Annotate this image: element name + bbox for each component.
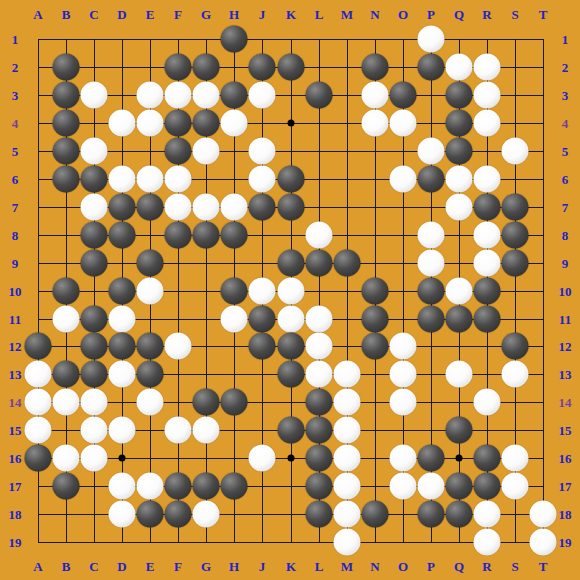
stone-white-e10 (137, 278, 164, 305)
stone-white-g3 (193, 82, 220, 109)
coord-label-right-9[interactable]: 9 (562, 257, 569, 270)
stone-white-r3 (474, 82, 501, 109)
coord-label-bottom-a[interactable]: A (33, 560, 42, 573)
stone-black-c13 (81, 361, 108, 388)
stone-white-f12 (165, 333, 192, 360)
stone-white-c3 (81, 82, 108, 109)
stone-white-g7 (193, 194, 220, 221)
coord-label-bottom-t[interactable]: T (539, 560, 548, 573)
coord-label-right-4[interactable]: 4 (562, 117, 569, 130)
coord-label-right-18[interactable]: 18 (559, 508, 572, 521)
coord-label-left-6[interactable]: 6 (12, 173, 19, 186)
stone-white-j6 (249, 166, 276, 193)
coord-label-right-12[interactable]: 12 (559, 340, 572, 353)
coord-label-left-3[interactable]: 3 (12, 89, 19, 102)
stone-black-h17 (221, 473, 248, 500)
stone-white-r19 (474, 529, 501, 556)
stone-black-l18 (306, 501, 333, 528)
coord-label-right-1[interactable]: 1 (562, 33, 569, 46)
coord-label-right-5[interactable]: 5 (562, 145, 569, 158)
stone-white-e4 (137, 110, 164, 137)
coord-label-left-13[interactable]: 13 (9, 368, 22, 381)
stone-white-q13 (446, 361, 473, 388)
coord-label-left-18[interactable]: 18 (9, 508, 22, 521)
coord-label-top-q[interactable]: Q (454, 8, 464, 21)
coord-label-top-k[interactable]: K (286, 8, 296, 21)
coord-label-top-n[interactable]: N (370, 8, 379, 21)
stone-white-e17 (137, 473, 164, 500)
coord-label-top-s[interactable]: S (511, 8, 518, 21)
coord-label-right-10[interactable]: 10 (559, 285, 572, 298)
stone-white-h7 (221, 194, 248, 221)
coord-label-top-f[interactable]: F (174, 8, 182, 21)
stone-black-l16 (306, 445, 333, 472)
stone-black-a12 (25, 333, 52, 360)
coord-label-bottom-g[interactable]: G (201, 560, 211, 573)
stone-black-e12 (137, 333, 164, 360)
star-point-k4 (288, 120, 295, 127)
stone-black-r7 (474, 194, 501, 221)
stone-white-t18 (530, 501, 557, 528)
stone-black-h10 (221, 278, 248, 305)
stone-black-c8 (81, 222, 108, 249)
coord-label-top-b[interactable]: B (62, 8, 71, 21)
stone-black-s12 (502, 333, 529, 360)
coord-label-bottom-r[interactable]: R (482, 560, 491, 573)
stone-black-k13 (278, 361, 305, 388)
coord-label-bottom-p[interactable]: P (427, 560, 435, 573)
stone-white-d11 (109, 306, 136, 333)
coord-label-left-17[interactable]: 17 (9, 480, 22, 493)
coord-label-left-19[interactable]: 19 (9, 536, 22, 549)
stone-white-o14 (390, 389, 417, 416)
stone-black-k6 (278, 166, 305, 193)
stone-black-p10 (418, 278, 445, 305)
coord-label-left-5[interactable]: 5 (12, 145, 19, 158)
stone-black-c6 (81, 166, 108, 193)
coord-label-bottom-n[interactable]: N (370, 560, 379, 573)
stone-black-h8 (221, 222, 248, 249)
stone-black-h14 (221, 389, 248, 416)
stone-white-s17 (502, 473, 529, 500)
stone-black-d12 (109, 333, 136, 360)
coord-label-left-15[interactable]: 15 (9, 424, 22, 437)
coord-label-left-12[interactable]: 12 (9, 340, 22, 353)
stone-white-q10 (446, 278, 473, 305)
coord-label-bottom-b[interactable]: B (62, 560, 71, 573)
coord-label-top-l[interactable]: L (315, 8, 324, 21)
stone-black-s9 (502, 250, 529, 277)
coord-label-left-2[interactable]: 2 (12, 61, 19, 74)
stone-white-d15 (109, 417, 136, 444)
stone-black-g17 (193, 473, 220, 500)
stone-white-q7 (446, 194, 473, 221)
star-point-k16 (288, 455, 295, 462)
stone-black-q17 (446, 473, 473, 500)
coord-label-top-e[interactable]: E (146, 8, 155, 21)
stone-white-f3 (165, 82, 192, 109)
stone-black-k2 (278, 54, 305, 81)
stone-black-f17 (165, 473, 192, 500)
stone-white-n3 (362, 82, 389, 109)
stone-black-e7 (137, 194, 164, 221)
coord-label-bottom-f[interactable]: F (174, 560, 182, 573)
stone-white-j5 (249, 138, 276, 165)
stone-black-j7 (249, 194, 276, 221)
stone-black-k12 (278, 333, 305, 360)
stone-black-k15 (278, 417, 305, 444)
stone-black-g14 (193, 389, 220, 416)
stone-black-h3 (221, 82, 248, 109)
coord-label-bottom-j[interactable]: J (259, 560, 266, 573)
stone-white-p9 (418, 250, 445, 277)
stone-white-o6 (390, 166, 417, 193)
stone-black-f18 (165, 501, 192, 528)
stone-white-o13 (390, 361, 417, 388)
stone-white-q6 (446, 166, 473, 193)
stone-white-c15 (81, 417, 108, 444)
stone-black-g8 (193, 222, 220, 249)
stone-white-d4 (109, 110, 136, 137)
stone-white-d13 (109, 361, 136, 388)
coord-label-top-m[interactable]: M (341, 8, 353, 21)
stone-black-h1 (221, 26, 248, 53)
stone-white-r8 (474, 222, 501, 249)
stone-black-b10 (53, 278, 80, 305)
stone-black-q18 (446, 501, 473, 528)
stone-black-l17 (306, 473, 333, 500)
coord-label-right-15[interactable]: 15 (559, 424, 572, 437)
stone-white-s16 (502, 445, 529, 472)
coord-label-top-a[interactable]: A (33, 8, 42, 21)
stone-white-d6 (109, 166, 136, 193)
coord-label-top-h[interactable]: H (229, 8, 239, 21)
stone-white-o16 (390, 445, 417, 472)
stone-white-n4 (362, 110, 389, 137)
stone-black-g2 (193, 54, 220, 81)
stone-white-g18 (193, 501, 220, 528)
stone-white-r2 (474, 54, 501, 81)
stone-black-j12 (249, 333, 276, 360)
grid-line-v-t (543, 39, 544, 543)
stone-black-p2 (418, 54, 445, 81)
stone-white-r9 (474, 250, 501, 277)
stone-black-b2 (53, 54, 80, 81)
stone-black-l14 (306, 389, 333, 416)
stone-white-o17 (390, 473, 417, 500)
stone-white-c14 (81, 389, 108, 416)
stone-white-m19 (334, 529, 361, 556)
stone-black-n12 (362, 333, 389, 360)
stone-white-b16 (53, 445, 80, 472)
stone-white-g15 (193, 417, 220, 444)
grid-line-h-14 (38, 402, 544, 403)
coord-label-bottom-e[interactable]: E (146, 560, 155, 573)
stone-white-a13 (25, 361, 52, 388)
stone-white-e3 (137, 82, 164, 109)
coord-label-top-d[interactable]: D (117, 8, 126, 21)
coord-label-left-1[interactable]: 1 (12, 33, 19, 46)
stone-black-e9 (137, 250, 164, 277)
stone-black-n10 (362, 278, 389, 305)
stone-white-b11 (53, 306, 80, 333)
coord-label-top-o[interactable]: O (398, 8, 408, 21)
stone-white-o4 (390, 110, 417, 137)
stone-white-m15 (334, 417, 361, 444)
stone-white-p5 (418, 138, 445, 165)
coord-label-right-13[interactable]: 13 (559, 368, 572, 381)
stone-white-r18 (474, 501, 501, 528)
stone-black-n18 (362, 501, 389, 528)
stone-white-m13 (334, 361, 361, 388)
coord-label-right-11[interactable]: 11 (559, 313, 571, 326)
coord-label-left-11[interactable]: 11 (9, 313, 21, 326)
stone-white-r4 (474, 110, 501, 137)
coord-label-left-10[interactable]: 10 (9, 285, 22, 298)
stone-white-k11 (278, 306, 305, 333)
stone-white-q2 (446, 54, 473, 81)
stone-black-l9 (306, 250, 333, 277)
stone-black-n11 (362, 306, 389, 333)
stone-white-e6 (137, 166, 164, 193)
coord-label-bottom-d[interactable]: D (117, 560, 126, 573)
stone-black-n2 (362, 54, 389, 81)
stone-black-o3 (390, 82, 417, 109)
stone-white-h4 (221, 110, 248, 137)
stone-white-d18 (109, 501, 136, 528)
coord-label-top-g[interactable]: G (201, 8, 211, 21)
stone-white-p1 (418, 26, 445, 53)
stone-black-b5 (53, 138, 80, 165)
stone-black-j2 (249, 54, 276, 81)
stone-black-e18 (137, 501, 164, 528)
coord-label-right-14[interactable]: 14 (559, 396, 572, 409)
stone-white-m18 (334, 501, 361, 528)
stone-black-q4 (446, 110, 473, 137)
stone-black-p18 (418, 501, 445, 528)
coord-label-left-7[interactable]: 7 (12, 201, 19, 214)
stone-white-j10 (249, 278, 276, 305)
coord-label-left-9[interactable]: 9 (12, 257, 19, 270)
stone-white-k10 (278, 278, 305, 305)
stone-white-f6 (165, 166, 192, 193)
stone-white-b14 (53, 389, 80, 416)
stone-black-d10 (109, 278, 136, 305)
stone-black-m9 (334, 250, 361, 277)
stone-black-d8 (109, 222, 136, 249)
stone-white-f7 (165, 194, 192, 221)
stone-black-f2 (165, 54, 192, 81)
star-point-q16 (456, 455, 463, 462)
stone-white-t19 (530, 529, 557, 556)
coord-label-bottom-m[interactable]: M (341, 560, 353, 573)
stone-black-j11 (249, 306, 276, 333)
coord-label-left-14[interactable]: 14 (9, 396, 22, 409)
stone-black-r11 (474, 306, 501, 333)
coord-label-right-6[interactable]: 6 (562, 173, 569, 186)
stone-black-l15 (306, 417, 333, 444)
stone-black-f8 (165, 222, 192, 249)
stone-white-s13 (502, 361, 529, 388)
coord-label-left-8[interactable]: 8 (12, 229, 19, 242)
stone-black-e13 (137, 361, 164, 388)
stone-white-j3 (249, 82, 276, 109)
coord-label-bottom-l[interactable]: L (315, 560, 324, 573)
coord-label-bottom-k[interactable]: K (286, 560, 296, 573)
stone-black-f4 (165, 110, 192, 137)
coord-label-top-j[interactable]: J (259, 8, 266, 21)
coord-label-right-8[interactable]: 8 (562, 229, 569, 242)
coord-label-bottom-c[interactable]: C (89, 560, 98, 573)
stone-white-m16 (334, 445, 361, 472)
stone-black-p6 (418, 166, 445, 193)
stone-black-p11 (418, 306, 445, 333)
stone-black-l3 (306, 82, 333, 109)
stone-black-b6 (53, 166, 80, 193)
stone-black-q11 (446, 306, 473, 333)
stone-black-r17 (474, 473, 501, 500)
go-board: AA11BB22CC33DD44EE55FF66GG77HH88JJ99KK10… (0, 0, 580, 580)
coord-label-top-p[interactable]: P (427, 8, 435, 21)
stone-white-j16 (249, 445, 276, 472)
coord-label-top-t[interactable]: T (539, 8, 548, 21)
coord-label-bottom-o[interactable]: O (398, 560, 408, 573)
coord-label-top-r[interactable]: R (482, 8, 491, 21)
stone-white-r14 (474, 389, 501, 416)
stone-white-h11 (221, 306, 248, 333)
coord-label-bottom-s[interactable]: S (511, 560, 518, 573)
stone-black-f5 (165, 138, 192, 165)
stone-white-p8 (418, 222, 445, 249)
stone-white-c7 (81, 194, 108, 221)
stone-black-k7 (278, 194, 305, 221)
coord-label-left-4[interactable]: 4 (12, 117, 19, 130)
stone-black-b4 (53, 110, 80, 137)
stone-white-l12 (306, 333, 333, 360)
coord-label-right-19[interactable]: 19 (559, 536, 572, 549)
stone-white-g5 (193, 138, 220, 165)
stone-black-p16 (418, 445, 445, 472)
stone-black-b3 (53, 82, 80, 109)
stone-black-d7 (109, 194, 136, 221)
stone-white-a14 (25, 389, 52, 416)
coord-label-right-16[interactable]: 16 (559, 452, 572, 465)
stone-white-l11 (306, 306, 333, 333)
stone-white-c5 (81, 138, 108, 165)
stone-white-p17 (418, 473, 445, 500)
stone-black-b13 (53, 361, 80, 388)
coord-label-right-7[interactable]: 7 (562, 201, 569, 214)
stone-white-f15 (165, 417, 192, 444)
stone-black-c11 (81, 306, 108, 333)
stone-black-g4 (193, 110, 220, 137)
grid-line-h-19 (38, 542, 544, 543)
star-point-d16 (119, 455, 126, 462)
stone-black-r10 (474, 278, 501, 305)
stone-black-c12 (81, 333, 108, 360)
stone-white-e14 (137, 389, 164, 416)
coord-label-bottom-q[interactable]: Q (454, 560, 464, 573)
coord-label-top-c[interactable]: C (89, 8, 98, 21)
coord-label-left-16[interactable]: 16 (9, 452, 22, 465)
coord-label-bottom-h[interactable]: H (229, 560, 239, 573)
stone-white-l13 (306, 361, 333, 388)
stone-white-m14 (334, 389, 361, 416)
stone-white-d17 (109, 473, 136, 500)
stone-black-s7 (502, 194, 529, 221)
stone-white-c16 (81, 445, 108, 472)
stone-black-r16 (474, 445, 501, 472)
stone-black-q5 (446, 138, 473, 165)
stone-black-s8 (502, 222, 529, 249)
stone-white-l8 (306, 222, 333, 249)
stone-white-a15 (25, 417, 52, 444)
stone-white-r6 (474, 166, 501, 193)
stone-black-q15 (446, 417, 473, 444)
stone-black-b17 (53, 473, 80, 500)
stone-black-k9 (278, 250, 305, 277)
stone-white-o12 (390, 333, 417, 360)
coord-label-right-2[interactable]: 2 (562, 61, 569, 74)
stone-black-q3 (446, 82, 473, 109)
coord-label-right-17[interactable]: 17 (559, 480, 572, 493)
stone-black-c9 (81, 250, 108, 277)
stone-black-a16 (25, 445, 52, 472)
coord-label-right-3[interactable]: 3 (562, 89, 569, 102)
stone-white-m17 (334, 473, 361, 500)
stone-white-s5 (502, 138, 529, 165)
